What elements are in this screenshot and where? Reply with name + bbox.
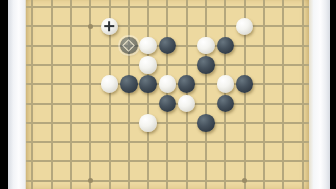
left-black-bar bbox=[0, 0, 8, 189]
star-point bbox=[88, 178, 93, 183]
stone-black bbox=[178, 75, 196, 93]
stone-white bbox=[197, 37, 215, 55]
grid-line-vertical bbox=[205, 0, 207, 189]
stone-black bbox=[159, 37, 177, 55]
star-point bbox=[242, 178, 247, 183]
stone-black bbox=[197, 56, 215, 74]
grid-line-vertical bbox=[31, 0, 33, 189]
stone-black bbox=[217, 95, 235, 113]
stone-white bbox=[236, 18, 254, 36]
grid-line-vertical bbox=[128, 0, 130, 189]
board-frame-left bbox=[8, 0, 26, 189]
grid-line-vertical bbox=[51, 0, 53, 189]
stone-white bbox=[178, 95, 196, 113]
ghost-stone-black[interactable] bbox=[120, 37, 138, 55]
pending-move-diamond-marker bbox=[122, 39, 135, 52]
stone-white bbox=[101, 75, 119, 93]
right-black-bar bbox=[330, 0, 336, 189]
stone-black bbox=[217, 37, 235, 55]
stone-white bbox=[139, 114, 157, 132]
stone-black bbox=[236, 75, 254, 93]
grid-line-vertical bbox=[70, 0, 72, 189]
grid-line-vertical bbox=[263, 0, 265, 189]
stone-black bbox=[139, 75, 157, 93]
stone-white bbox=[139, 37, 157, 55]
stone-white bbox=[217, 75, 235, 93]
stone-black bbox=[197, 114, 215, 132]
stone-white bbox=[159, 75, 177, 93]
screenshot-root bbox=[0, 0, 336, 189]
last-move-cross-marker bbox=[104, 21, 115, 32]
board-frame-right bbox=[309, 0, 330, 189]
stone-black bbox=[159, 95, 177, 113]
grid-line-vertical bbox=[282, 0, 284, 189]
stone-white bbox=[139, 56, 157, 74]
star-point bbox=[88, 24, 93, 29]
gomoku-board[interactable] bbox=[26, 0, 309, 189]
grid-line-vertical bbox=[147, 0, 149, 189]
stone-black bbox=[120, 75, 138, 93]
stone-white bbox=[101, 18, 119, 36]
grid-line-vertical bbox=[302, 0, 304, 189]
